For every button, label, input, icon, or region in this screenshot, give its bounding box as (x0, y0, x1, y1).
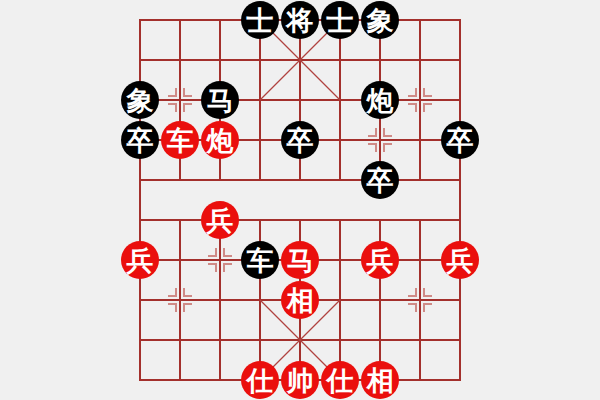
black-horse[interactable]: 马 (201, 81, 239, 119)
red-advisor[interactable]: 仕 (321, 361, 359, 399)
black-cannon[interactable]: 炮 (361, 81, 399, 119)
xiangqi-board (0, 0, 600, 400)
red-soldier[interactable]: 兵 (361, 241, 399, 279)
black-elephant[interactable]: 象 (361, 1, 399, 39)
black-soldier[interactable]: 卒 (121, 121, 159, 159)
black-advisor[interactable]: 士 (241, 1, 279, 39)
black-soldier[interactable]: 卒 (441, 121, 479, 159)
red-chariot[interactable]: 车 (161, 121, 199, 159)
black-chariot[interactable]: 车 (241, 241, 279, 279)
black-advisor[interactable]: 士 (321, 1, 359, 39)
red-advisor[interactable]: 仕 (241, 361, 279, 399)
black-soldier[interactable]: 卒 (281, 121, 319, 159)
red-horse[interactable]: 马 (281, 241, 319, 279)
red-soldier[interactable]: 兵 (121, 241, 159, 279)
red-elephant[interactable]: 相 (361, 361, 399, 399)
grid-lines (139, 20, 461, 380)
red-elephant[interactable]: 相 (281, 281, 319, 319)
black-elephant[interactable]: 象 (121, 81, 159, 119)
black-general[interactable]: 将 (281, 1, 319, 39)
red-general[interactable]: 帅 (281, 361, 319, 399)
red-soldier[interactable]: 兵 (441, 241, 479, 279)
red-soldier[interactable]: 兵 (201, 201, 239, 239)
red-cannon[interactable]: 炮 (201, 121, 239, 159)
black-soldier[interactable]: 卒 (361, 161, 399, 199)
xiangqi-screenshot: 士将士象象马炮卒车炮卒卒卒兵兵车马兵兵相仕帅仕相 (0, 0, 600, 400)
